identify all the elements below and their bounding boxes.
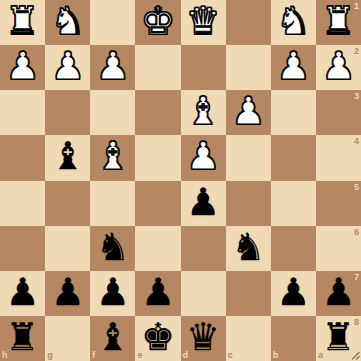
- square-c8[interactable]: c: [226, 316, 271, 361]
- white-pawn-g2[interactable]: ♟: [51, 44, 85, 89]
- square-f4[interactable]: ♝: [90, 135, 135, 180]
- black-pawn-e7[interactable]: ♟: [141, 270, 175, 315]
- square-e6[interactable]: [135, 226, 180, 271]
- white-pawn-f2[interactable]: ♟: [96, 44, 130, 89]
- black-queen-d8[interactable]: ♛: [186, 315, 220, 360]
- square-b6[interactable]: [271, 226, 316, 271]
- square-h1[interactable]: ♜: [0, 0, 45, 45]
- white-bishop-f4[interactable]: ♝: [96, 134, 130, 179]
- black-knight-f6[interactable]: ♞: [96, 225, 130, 270]
- square-g3[interactable]: [45, 90, 90, 135]
- rank-label-6: 6: [354, 228, 359, 237]
- black-pawn-f7[interactable]: ♟: [96, 270, 130, 315]
- square-g8[interactable]: g: [45, 316, 90, 361]
- square-g7[interactable]: ♟: [45, 271, 90, 316]
- white-pawn-d4[interactable]: ♟: [186, 134, 220, 179]
- square-c7[interactable]: [226, 271, 271, 316]
- square-b2[interactable]: ♟: [271, 45, 316, 90]
- square-h2[interactable]: ♟: [0, 45, 45, 90]
- square-g6[interactable]: [45, 226, 90, 271]
- square-g4[interactable]: ♝: [45, 135, 90, 180]
- square-d3[interactable]: ♝: [181, 90, 226, 135]
- square-d2[interactable]: [181, 45, 226, 90]
- white-king-e1[interactable]: ♚: [141, 0, 175, 44]
- square-d5[interactable]: ♟: [181, 181, 226, 226]
- square-c2[interactable]: [226, 45, 271, 90]
- square-b4[interactable]: [271, 135, 316, 180]
- black-king-e8[interactable]: ♚: [141, 315, 175, 360]
- black-rook-h8[interactable]: ♜: [6, 315, 40, 360]
- black-bishop-g4[interactable]: ♝: [51, 134, 85, 179]
- square-c6[interactable]: ♞: [226, 226, 271, 271]
- white-pawn-c3[interactable]: ♟: [231, 89, 265, 134]
- square-g5[interactable]: [45, 181, 90, 226]
- square-c4[interactable]: [226, 135, 271, 180]
- square-g2[interactable]: ♟: [45, 45, 90, 90]
- square-d1[interactable]: ♛: [181, 0, 226, 45]
- square-c1[interactable]: [226, 0, 271, 45]
- file-label-c: c: [228, 351, 233, 360]
- chess-board[interactable]: ♜♞♚♛♞1♜♟♟♟♟2♟♝♟3♝♝♟4♟5♞♞6♟♟♟♟♟7♟h♜gf♝e♚d…: [0, 0, 361, 361]
- rank-label-3: 3: [354, 92, 359, 101]
- white-rook-a1[interactable]: ♜: [321, 0, 355, 44]
- square-e8[interactable]: e♚: [135, 316, 180, 361]
- square-f7[interactable]: ♟: [90, 271, 135, 316]
- file-label-g: g: [47, 351, 53, 360]
- black-pawn-g7[interactable]: ♟: [51, 270, 85, 315]
- square-f3[interactable]: [90, 90, 135, 135]
- square-h6[interactable]: [0, 226, 45, 271]
- square-a5[interactable]: 5: [316, 181, 361, 226]
- square-h7[interactable]: ♟: [0, 271, 45, 316]
- square-e1[interactable]: ♚: [135, 0, 180, 45]
- square-b5[interactable]: [271, 181, 316, 226]
- white-knight-b1[interactable]: ♞: [276, 0, 310, 44]
- square-e7[interactable]: ♟: [135, 271, 180, 316]
- square-f8[interactable]: f♝: [90, 316, 135, 361]
- square-f1[interactable]: [90, 0, 135, 45]
- square-f5[interactable]: [90, 181, 135, 226]
- black-pawn-b7[interactable]: ♟: [276, 270, 310, 315]
- square-e4[interactable]: [135, 135, 180, 180]
- black-bishop-f8[interactable]: ♝: [96, 315, 130, 360]
- board-resize-handle-icon[interactable]: [349, 349, 360, 360]
- white-queen-d1[interactable]: ♛: [186, 0, 220, 44]
- white-bishop-d3[interactable]: ♝: [186, 89, 220, 134]
- square-b1[interactable]: ♞: [271, 0, 316, 45]
- square-a1[interactable]: 1♜: [316, 0, 361, 45]
- square-a7[interactable]: 7♟: [316, 271, 361, 316]
- black-pawn-d5[interactable]: ♟: [186, 180, 220, 225]
- square-b7[interactable]: ♟: [271, 271, 316, 316]
- square-b3[interactable]: [271, 90, 316, 135]
- square-a3[interactable]: 3: [316, 90, 361, 135]
- square-d4[interactable]: ♟: [181, 135, 226, 180]
- white-pawn-h2[interactable]: ♟: [6, 44, 40, 89]
- square-h5[interactable]: [0, 181, 45, 226]
- square-c3[interactable]: ♟: [226, 90, 271, 135]
- square-h4[interactable]: [0, 135, 45, 180]
- square-c5[interactable]: [226, 181, 271, 226]
- square-h3[interactable]: [0, 90, 45, 135]
- rank-label-5: 5: [354, 183, 359, 192]
- black-knight-c6[interactable]: ♞: [231, 225, 265, 270]
- square-a6[interactable]: 6: [316, 226, 361, 271]
- black-pawn-h7[interactable]: ♟: [6, 270, 40, 315]
- square-f2[interactable]: ♟: [90, 45, 135, 90]
- white-pawn-b2[interactable]: ♟: [276, 44, 310, 89]
- square-d7[interactable]: [181, 271, 226, 316]
- square-g1[interactable]: ♞: [45, 0, 90, 45]
- square-d8[interactable]: d♛: [181, 316, 226, 361]
- square-h8[interactable]: h♜: [0, 316, 45, 361]
- square-f6[interactable]: ♞: [90, 226, 135, 271]
- square-a4[interactable]: 4: [316, 135, 361, 180]
- rank-label-4: 4: [354, 137, 359, 146]
- square-e3[interactable]: [135, 90, 180, 135]
- square-d6[interactable]: [181, 226, 226, 271]
- white-pawn-a2[interactable]: ♟: [321, 44, 355, 89]
- black-pawn-a7[interactable]: ♟: [321, 270, 355, 315]
- white-rook-h1[interactable]: ♜: [6, 0, 40, 44]
- square-b8[interactable]: b: [271, 316, 316, 361]
- square-e5[interactable]: [135, 181, 180, 226]
- square-a2[interactable]: 2♟: [316, 45, 361, 90]
- file-label-b: b: [273, 351, 279, 360]
- white-knight-g1[interactable]: ♞: [51, 0, 85, 44]
- square-e2[interactable]: [135, 45, 180, 90]
